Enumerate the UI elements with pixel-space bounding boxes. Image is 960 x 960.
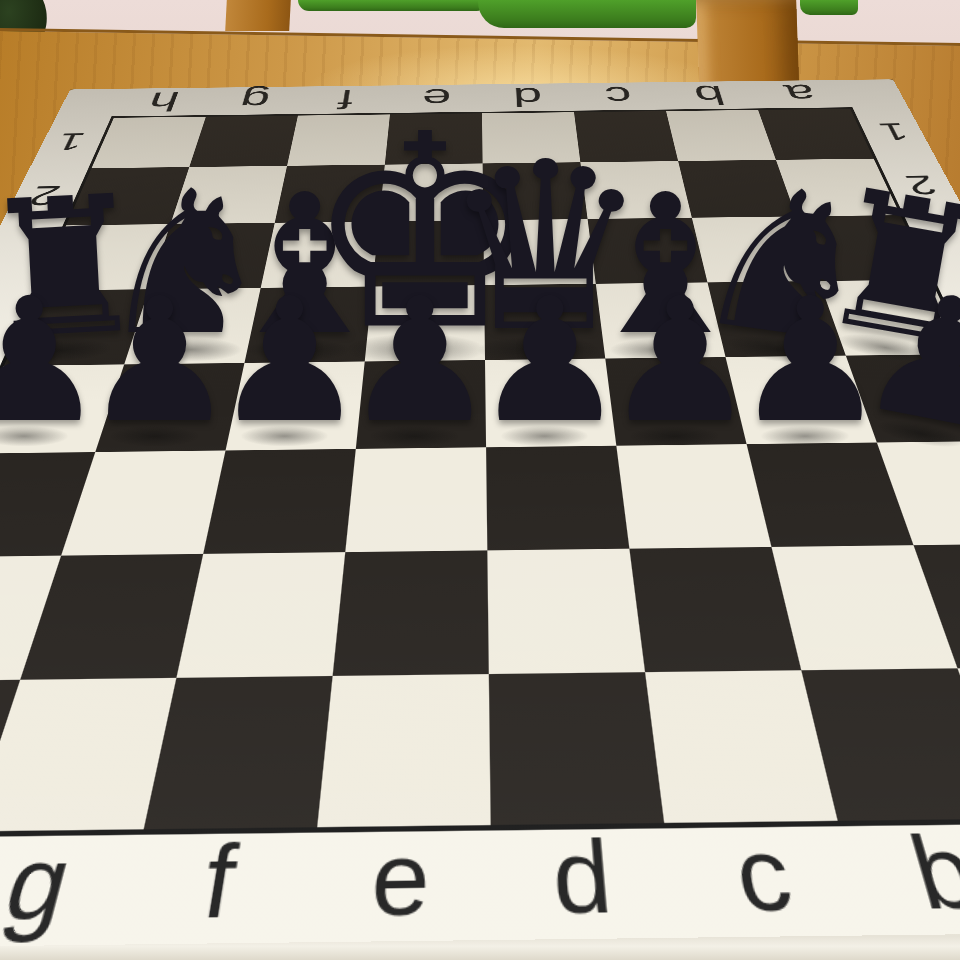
piece-shadow [110,426,199,447]
piece-shadow [630,426,719,447]
pieces-layer: ♜♞♝♚♛♝♞♜♟♟♟♟♟♟♟♟ [0,0,960,960]
piece-shadow [240,426,329,447]
piece-shadow [370,426,459,447]
photo-stage: hhggffeeddccbbaa1212 ♜♞♝♚♛♝♞♜♟♟♟♟♟♟♟♟ [0,0,960,960]
piece-shadow [760,426,849,447]
piece-shadow [500,426,589,447]
